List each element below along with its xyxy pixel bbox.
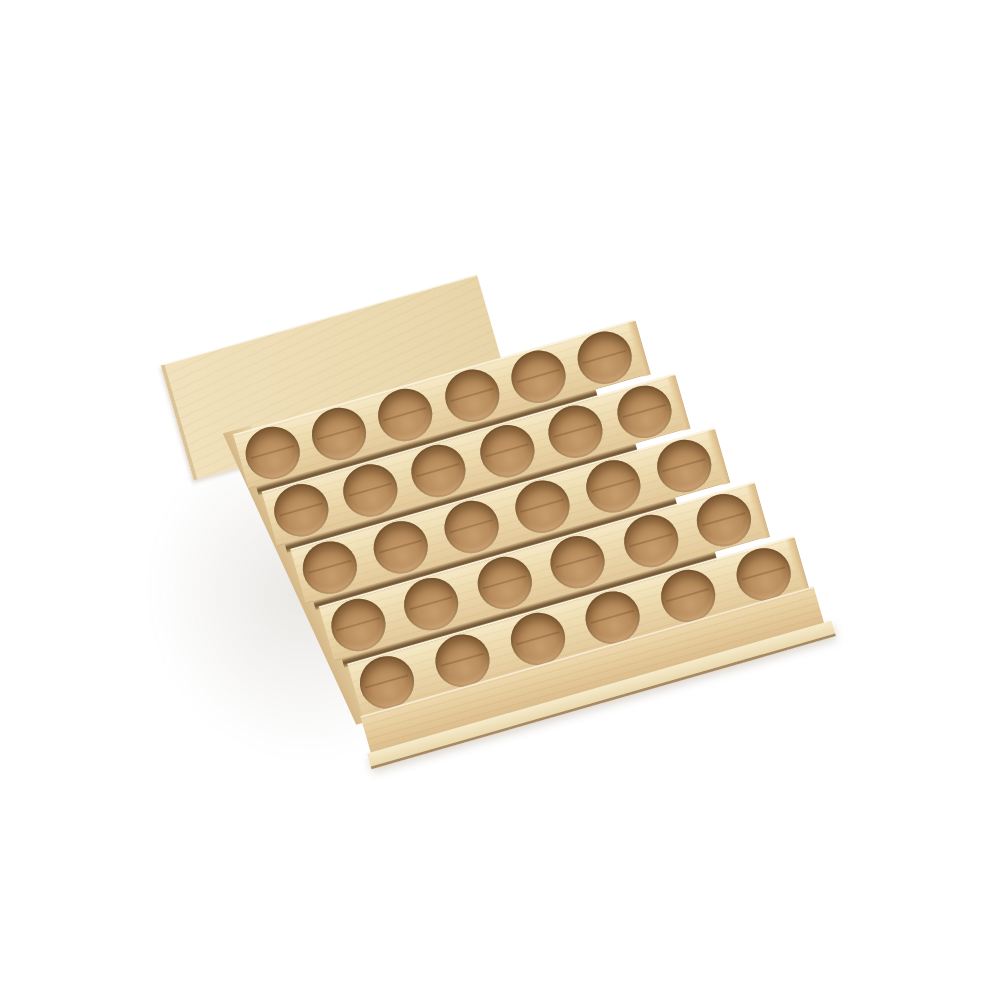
- product-photo: [0, 0, 1000, 1000]
- pit-hole: [571, 325, 638, 390]
- wooden-rack-board: [172, 186, 926, 847]
- pit-hole: [611, 379, 678, 444]
- pit-hole: [651, 433, 718, 498]
- pit-hole: [691, 488, 758, 553]
